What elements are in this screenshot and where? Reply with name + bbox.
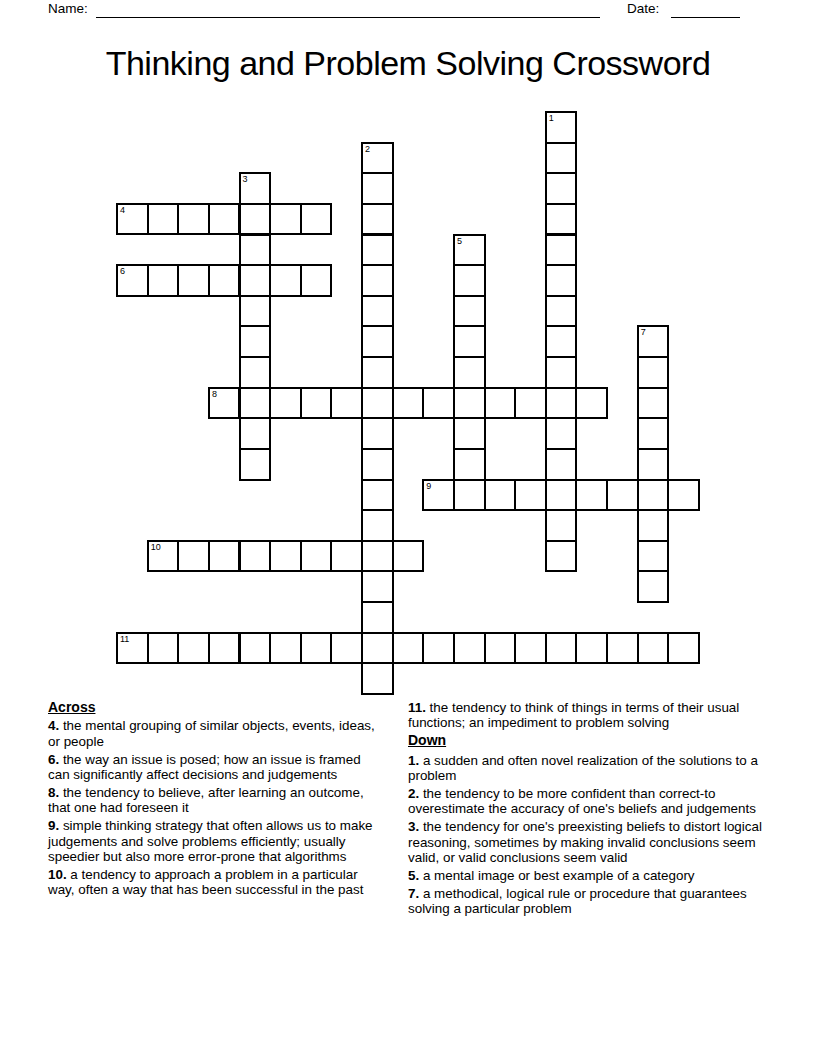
clue-1-down: 1. a sudden and often novel realization …: [408, 753, 778, 784]
grid-cell-r13c8[interactable]: [361, 509, 394, 542]
clue-6-across: 6. the way an issue is posed; how an iss…: [48, 752, 382, 783]
grid-cell-r8c8[interactable]: [361, 356, 394, 389]
grid-cell-r15c8[interactable]: [361, 570, 394, 603]
cell-number: 11: [120, 634, 129, 644]
grid-cell-r9c5[interactable]: [269, 387, 302, 420]
grid-cell-r7c11[interactable]: [453, 325, 486, 358]
grid-cell-r16c8[interactable]: [361, 601, 394, 634]
grid-cell-r5c3[interactable]: [208, 264, 241, 297]
grid-cell-r4c4[interactable]: [239, 234, 272, 267]
grid-cell-r3c1[interactable]: [147, 203, 180, 236]
grid-cell-r13c17[interactable]: [637, 509, 670, 542]
grid-cell-r17c8[interactable]: [361, 632, 394, 665]
grid-cell-r14c1[interactable]: 10: [147, 540, 180, 573]
grid-cell-r0c14[interactable]: 1: [545, 111, 578, 144]
grid-cell-r5c4[interactable]: [239, 264, 272, 297]
grid-cell-r12c14[interactable]: [545, 479, 578, 512]
grid-cell-r15c17[interactable]: [637, 570, 670, 603]
clue-number: 9.: [48, 818, 59, 833]
grid-cell-r14c5[interactable]: [269, 540, 302, 573]
grid-cell-r12c12[interactable]: [484, 479, 517, 512]
grid-cell-r14c4[interactable]: [239, 540, 272, 573]
grid-cell-r17c6[interactable]: [300, 632, 333, 665]
grid-cell-r3c5[interactable]: [269, 203, 302, 236]
grid-cell-r11c17[interactable]: [637, 448, 670, 481]
grid-cell-r18c8[interactable]: [361, 662, 394, 695]
grid-cell-r8c14[interactable]: [545, 356, 578, 389]
clue-10-across: 10. a tendency to approach a problem in …: [48, 867, 382, 898]
grid-cell-r17c18[interactable]: [667, 632, 700, 665]
across-clue-overflow: 11. the tendency to think of things in t…: [408, 700, 778, 731]
grid-cell-r17c5[interactable]: [269, 632, 302, 665]
grid-cell-r9c11[interactable]: [453, 387, 486, 420]
grid-cell-r5c11[interactable]: [453, 264, 486, 297]
cell-number: 7: [641, 327, 646, 337]
grid-cell-r3c3[interactable]: [208, 203, 241, 236]
grid-cell-r12c16[interactable]: [606, 479, 639, 512]
grid-cell-r7c4[interactable]: [239, 325, 272, 358]
cell-number: 6: [120, 266, 125, 276]
clue-number: 8.: [48, 785, 59, 800]
grid-cell-r11c4[interactable]: [239, 448, 272, 481]
grid-cell-r12c8[interactable]: [361, 479, 394, 512]
grid-cell-r9c13[interactable]: [514, 387, 547, 420]
down-header: Down: [408, 733, 778, 748]
grid-cell-r11c8[interactable]: [361, 448, 394, 481]
clue-9-across: 9. simple thinking strategy that often a…: [48, 818, 382, 864]
clue-4-across: 4. the mental grouping of similar object…: [48, 718, 382, 749]
page-title: Thinking and Problem Solving Crossword: [0, 44, 816, 83]
cell-number: 1: [549, 113, 554, 123]
grid-cell-r3c4[interactable]: [239, 203, 272, 236]
grid-cell-r3c8[interactable]: [361, 203, 394, 236]
grid-cell-r14c6[interactable]: [300, 540, 333, 573]
grid-cell-r2c4[interactable]: 3: [239, 172, 272, 205]
grid-cell-r9c9[interactable]: [392, 387, 425, 420]
grid-cell-r17c16[interactable]: [606, 632, 639, 665]
grid-cell-r5c8[interactable]: [361, 264, 394, 297]
grid-cell-r17c2[interactable]: [177, 632, 210, 665]
cell-number: 2: [365, 144, 370, 154]
grid-cell-r12c11[interactable]: [453, 479, 486, 512]
across-clue-list: 4. the mental grouping of similar object…: [48, 718, 382, 897]
grid-cell-r6c14[interactable]: [545, 295, 578, 328]
grid-cell-r17c7[interactable]: [330, 632, 363, 665]
grid-cell-r9c7[interactable]: [330, 387, 363, 420]
grid-cell-r17c10[interactable]: [422, 632, 455, 665]
grid-cell-r4c8[interactable]: [361, 234, 394, 267]
name-blank-line[interactable]: [96, 0, 600, 18]
grid-cell-r10c8[interactable]: [361, 417, 394, 450]
grid-cell-r10c11[interactable]: [453, 417, 486, 450]
across-clues-column: Across 4. the mental grouping of similar…: [48, 700, 382, 900]
grid-cell-r6c4[interactable]: [239, 295, 272, 328]
grid-cell-r6c8[interactable]: [361, 295, 394, 328]
cell-number: 4: [120, 205, 125, 215]
grid-cell-r9c15[interactable]: [575, 387, 608, 420]
grid-cell-r12c15[interactable]: [575, 479, 608, 512]
grid-cell-r14c8[interactable]: [361, 540, 394, 573]
down-clues-column: 11. the tendency to think of things in t…: [408, 700, 778, 919]
grid-cell-r2c8[interactable]: [361, 172, 394, 205]
grid-cell-r17c4[interactable]: [239, 632, 272, 665]
grid-cell-r13c14[interactable]: [545, 509, 578, 542]
clue-number: 6.: [48, 752, 59, 767]
grid-cell-r11c14[interactable]: [545, 448, 578, 481]
clue-number: 3.: [408, 819, 419, 834]
grid-cell-r7c14[interactable]: [545, 325, 578, 358]
clue-number: 7.: [408, 886, 419, 901]
name-label: Name:: [48, 1, 88, 16]
grid-cell-r17c9[interactable]: [392, 632, 425, 665]
clue-3-down: 3. the tendency for one's preexisting be…: [408, 819, 778, 865]
grid-cell-r5c6[interactable]: [300, 264, 333, 297]
clue-number: 10.: [48, 867, 67, 882]
grid-cell-r12c13[interactable]: [514, 479, 547, 512]
clue-number: 1.: [408, 753, 419, 768]
clue-7-down: 7. a methodical, logical rule or procedu…: [408, 886, 778, 917]
grid-cell-r9c6[interactable]: [300, 387, 333, 420]
grid-cell-r9c10[interactable]: [422, 387, 455, 420]
grid-cell-r14c14[interactable]: [545, 540, 578, 573]
grid-cell-r5c5[interactable]: [269, 264, 302, 297]
cell-number: 10: [151, 542, 161, 552]
across-header: Across: [48, 700, 382, 715]
grid-cell-r9c8[interactable]: [361, 387, 394, 420]
grid-cell-r7c17[interactable]: 7: [637, 325, 670, 358]
grid-cell-r10c4[interactable]: [239, 417, 272, 450]
clue-8-across: 8. the tendency to believe, after learni…: [48, 785, 382, 816]
clue-11-across: 11. the tendency to think of things in t…: [408, 700, 778, 731]
grid-cell-r17c12[interactable]: [484, 632, 517, 665]
grid-cell-r17c17[interactable]: [637, 632, 670, 665]
grid-cell-r8c4[interactable]: [239, 356, 272, 389]
clue-number: 11.: [408, 700, 426, 715]
grid-cell-r9c17[interactable]: [637, 387, 670, 420]
grid-cell-r10c14[interactable]: [545, 417, 578, 450]
grid-cell-r14c7[interactable]: [330, 540, 363, 573]
grid-cell-r14c17[interactable]: [637, 540, 670, 573]
grid-cell-r17c13[interactable]: [514, 632, 547, 665]
grid-cell-r12c18[interactable]: [667, 479, 700, 512]
grid-cell-r14c3[interactable]: [208, 540, 241, 573]
cell-number: 9: [426, 481, 431, 491]
cell-number: 5: [457, 236, 462, 246]
clue-number: 2.: [408, 786, 419, 801]
grid-cell-r3c14[interactable]: [545, 203, 578, 236]
grid-cell-r9c4[interactable]: [239, 387, 272, 420]
grid-cell-r17c1[interactable]: [147, 632, 180, 665]
grid-cell-r6c11[interactable]: [453, 295, 486, 328]
grid-cell-r17c11[interactable]: [453, 632, 486, 665]
grid-cell-r3c6[interactable]: [300, 203, 333, 236]
clue-number: 5.: [408, 868, 419, 883]
grid-cell-r5c1[interactable]: [147, 264, 180, 297]
date-label: Date:: [627, 1, 659, 16]
date-blank-line[interactable]: [671, 0, 740, 18]
cell-number: 3: [243, 174, 248, 184]
grid-cell-r1c8[interactable]: 2: [361, 142, 394, 175]
grid-cell-r12c17[interactable]: [637, 479, 670, 512]
grid-cell-r17c15[interactable]: [575, 632, 608, 665]
grid-cell-r4c14[interactable]: [545, 234, 578, 267]
grid-cell-r17c14[interactable]: [545, 632, 578, 665]
grid-cell-r11c11[interactable]: [453, 448, 486, 481]
grid-cell-r9c3[interactable]: 8: [208, 387, 241, 420]
grid-cell-r5c14[interactable]: [545, 264, 578, 297]
grid-cell-r12c10[interactable]: 9: [422, 479, 455, 512]
worksheet-page: { "game": "crossword", "title": "Thinkin…: [0, 0, 816, 1056]
grid-cell-r17c3[interactable]: [208, 632, 241, 665]
clue-number: 4.: [48, 718, 59, 733]
grid-cell-r9c14[interactable]: [545, 387, 578, 420]
grid-cell-r3c0[interactable]: 4: [116, 203, 149, 236]
grid-cell-r9c12[interactable]: [484, 387, 517, 420]
grid-cell-r5c0[interactable]: 6: [116, 264, 149, 297]
grid-cell-r14c9[interactable]: [392, 540, 425, 573]
grid-cell-r8c11[interactable]: [453, 356, 486, 389]
grid-cell-r4c11[interactable]: 5: [453, 234, 486, 267]
grid-cell-r17c0[interactable]: 11: [116, 632, 149, 665]
grid-cell-r5c2[interactable]: [177, 264, 210, 297]
grid-cell-r7c8[interactable]: [361, 325, 394, 358]
grid-cell-r8c17[interactable]: [637, 356, 670, 389]
grid-cell-r1c14[interactable]: [545, 142, 578, 175]
clue-2-down: 2. the tendency to be more confident tha…: [408, 786, 778, 817]
down-clue-list: 1. a sudden and often novel realization …: [408, 753, 778, 917]
grid-cell-r10c17[interactable]: [637, 417, 670, 450]
grid-cell-r14c2[interactable]: [177, 540, 210, 573]
grid-cell-r3c2[interactable]: [177, 203, 210, 236]
grid-cell-r2c14[interactable]: [545, 172, 578, 205]
cell-number: 8: [212, 389, 217, 399]
clue-5-down: 5. a mental image or best example of a c…: [408, 868, 778, 883]
